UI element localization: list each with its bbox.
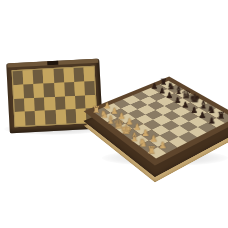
- square-e6: [172, 106, 189, 115]
- box-square-1-3: [44, 83, 55, 97]
- box-square-1-5: [64, 82, 75, 96]
- box-square-0-1: [23, 70, 34, 84]
- box-square-2-6: [75, 95, 86, 109]
- square-d3: [136, 114, 154, 124]
- box-square-2-1: [24, 98, 35, 112]
- box-square-1-6: [74, 81, 85, 95]
- box-square-0-0: [13, 71, 24, 85]
- box-square-2-3: [44, 96, 55, 110]
- white-pawn-a2: ♟: [101, 102, 113, 110]
- box-square-2-5: [65, 95, 76, 109]
- product-photo: ♜♞♝♛♚♝♞♜♟♟♟♟♟♟♟♟♟♟♟♟♟♟♟♟♜♞♝♛♚♝♞♜: [0, 0, 228, 228]
- box-handle-notch: [47, 61, 58, 66]
- box-square-2-4: [55, 96, 66, 110]
- box-square-0-2: [33, 70, 44, 84]
- box-square-0-6: [73, 67, 84, 81]
- box-square-1-0: [13, 84, 24, 98]
- chess-board-grid: ♜♞♝♛♚♝♞♜♟♟♟♟♟♟♟♟♟♟♟♟♟♟♟♟♜♞♝♛♚♝♞♜: [84, 76, 228, 165]
- box-square-1-7: [84, 81, 95, 95]
- white-pawn-b2: ♟: [108, 107, 121, 116]
- box-square-1-1: [23, 84, 34, 98]
- black-rook-h8: ♜: [214, 111, 227, 121]
- box-square-0-5: [63, 68, 74, 82]
- box-square-3-5: [65, 109, 76, 123]
- box-square-2-2: [34, 97, 45, 111]
- box-square-2-0: [14, 98, 25, 112]
- box-square-3-2: [35, 111, 46, 125]
- box-square-1-2: [34, 83, 45, 97]
- box-square-0-7: [83, 67, 94, 81]
- box-square-3-4: [55, 110, 66, 124]
- box-checkerboard: [12, 66, 98, 127]
- box-square-3-1: [25, 111, 36, 125]
- box-square-0-4: [53, 69, 64, 83]
- box-square-3-0: [15, 112, 26, 126]
- box-square-0-3: [43, 69, 54, 83]
- box-square-1-4: [54, 82, 65, 96]
- box-square-3-3: [45, 110, 56, 124]
